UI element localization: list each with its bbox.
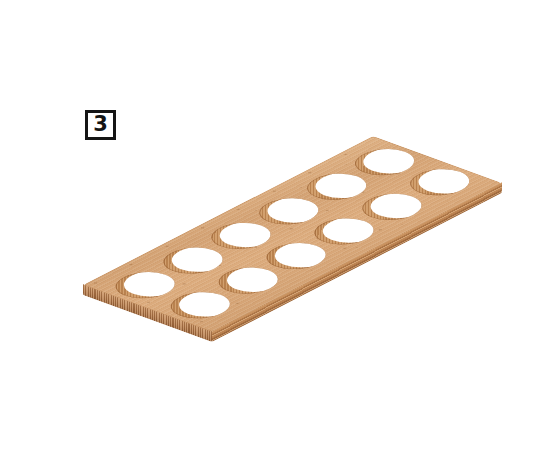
board-top-face [83, 136, 502, 332]
pit-grid [83, 136, 502, 332]
product-image-canvas: 3 [0, 0, 550, 475]
wooden-tray-board [0, 0, 550, 475]
